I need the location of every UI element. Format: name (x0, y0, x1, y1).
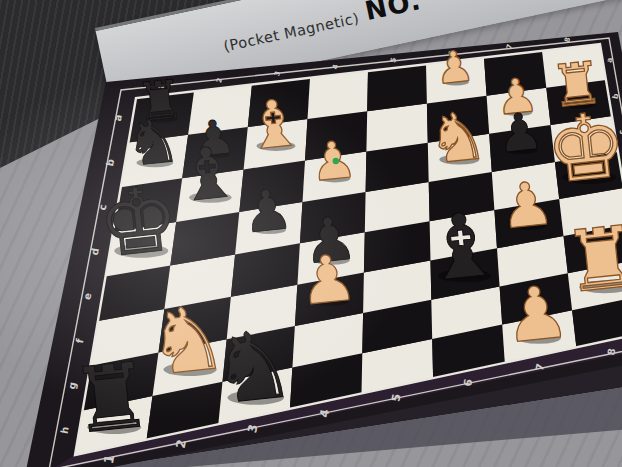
piece-tan-bishop-b3: ♝ (241, 84, 307, 165)
chessboard: 1122334455667788hhggffeeddccbbaa♟♜♟♜♝♟♟♞… (0, 0, 622, 467)
piece-black-bishop-f6: ♝ (417, 192, 507, 303)
piece-tan-rook-g8: ♜ (559, 207, 622, 312)
piece-tan-knight-c6: ♞ (423, 95, 491, 179)
piece-black-bishop-c2: ♝ (172, 129, 244, 218)
piece-black-rook-h1: ♜ (66, 342, 157, 454)
piece-black-knight-h3: ♞ (205, 308, 300, 425)
piece-black-pawn-c7: ♟ (494, 100, 546, 165)
green-dot-mark (333, 158, 339, 164)
square-a5 (367, 64, 427, 111)
piece-tan-pawn-a6: ♟ (433, 40, 477, 94)
piece-tan-pawn-e7: ♟ (496, 167, 557, 242)
piece-tan-pawn-h7: ♟ (499, 268, 573, 359)
piece-tan-king-d8: ♚ (540, 91, 622, 204)
piece-black-king-d1: ♚ (93, 165, 184, 278)
piece-tan-pawn-f4: ♟ (295, 239, 360, 320)
piece-black-pawn-d3: ♟ (239, 176, 296, 246)
product-photo-pocket-magnetic-chess: { "game": "chess", "scene": "photo of a … (0, 0, 622, 467)
square-a4 (308, 71, 369, 119)
